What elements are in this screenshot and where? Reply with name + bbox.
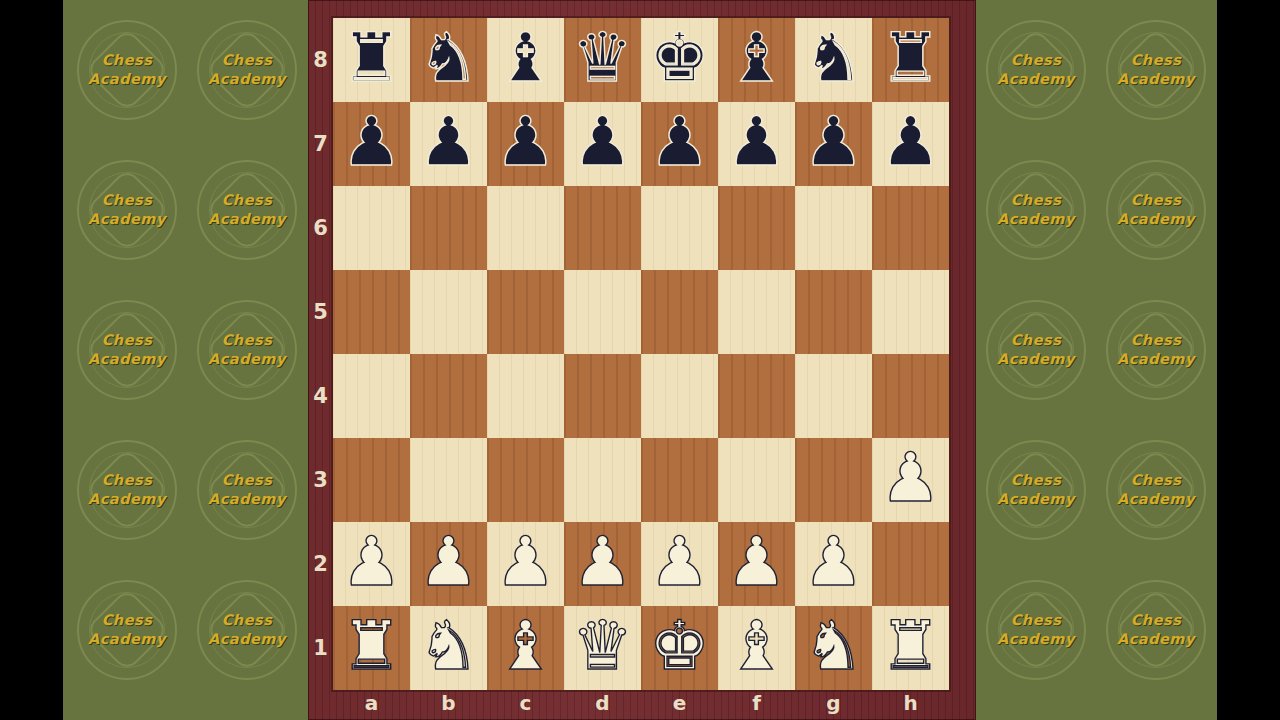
square-e5[interactable] xyxy=(641,270,718,354)
square-e2[interactable]: ♟ xyxy=(641,522,718,606)
white-pawn[interactable]: ♟ xyxy=(341,520,402,604)
watermark-line2: Academy xyxy=(208,630,286,649)
square-e7[interactable]: ♟ xyxy=(641,102,718,186)
black-pawn[interactable]: ♟ xyxy=(726,100,787,184)
square-e1[interactable]: ♚ xyxy=(641,606,718,690)
white-bishop[interactable]: ♝ xyxy=(726,604,787,688)
file-labels: abcdefgh xyxy=(333,690,949,720)
square-b1[interactable]: ♞ xyxy=(410,606,487,690)
watermark-tile: ChessAcademy xyxy=(187,280,307,420)
letterbox-bar-right xyxy=(1217,0,1280,720)
watermark-text: ChessAcademy xyxy=(1117,191,1195,229)
square-g5[interactable] xyxy=(795,270,872,354)
watermark-panel-left: ChessAcademyChessAcademyChessAcademyChes… xyxy=(63,0,308,720)
square-c3[interactable] xyxy=(487,438,564,522)
rank-labels: 87654321 xyxy=(308,18,333,690)
watermark-text: ChessAcademy xyxy=(997,51,1075,89)
white-bishop[interactable]: ♝ xyxy=(495,604,556,688)
square-e8[interactable]: ♚ xyxy=(641,18,718,102)
white-king[interactable]: ♚ xyxy=(649,604,710,688)
watermark-text: ChessAcademy xyxy=(88,51,166,89)
watermark-line2: Academy xyxy=(88,70,166,89)
square-d7[interactable]: ♟ xyxy=(564,102,641,186)
square-f1[interactable]: ♝ xyxy=(718,606,795,690)
square-g6[interactable] xyxy=(795,186,872,270)
white-queen[interactable]: ♛ xyxy=(572,604,633,688)
square-d2[interactable]: ♟ xyxy=(564,522,641,606)
watermark-text: ChessAcademy xyxy=(208,611,286,649)
square-f7[interactable]: ♟ xyxy=(718,102,795,186)
watermark-text: ChessAcademy xyxy=(208,331,286,369)
watermark-tile: ChessAcademy xyxy=(187,700,307,720)
square-d4[interactable] xyxy=(564,354,641,438)
rank-label-5: 5 xyxy=(308,270,333,354)
square-e3[interactable] xyxy=(641,438,718,522)
watermark-tile: ChessAcademy xyxy=(976,140,1096,280)
white-pawn[interactable]: ♟ xyxy=(495,520,556,604)
square-a2[interactable]: ♟ xyxy=(333,522,410,606)
square-d6[interactable] xyxy=(564,186,641,270)
video-frame: ChessAcademyChessAcademyChessAcademyChes… xyxy=(0,0,1280,720)
watermark-tile: ChessAcademy xyxy=(67,560,187,700)
watermark-tile: ChessAcademy xyxy=(187,420,307,560)
watermark-text: ChessAcademy xyxy=(1117,51,1195,89)
square-g2[interactable]: ♟ xyxy=(795,522,872,606)
watermark-tile: ChessAcademy xyxy=(187,0,307,140)
watermark-line1: Chess xyxy=(997,51,1075,70)
square-f8[interactable]: ♝ xyxy=(718,18,795,102)
white-rook[interactable]: ♜ xyxy=(341,604,402,688)
square-c1[interactable]: ♝ xyxy=(487,606,564,690)
square-a6[interactable] xyxy=(333,186,410,270)
watermark-text: ChessAcademy xyxy=(88,191,166,229)
square-f5[interactable] xyxy=(718,270,795,354)
watermark-tile: ChessAcademy xyxy=(1096,0,1216,140)
white-rook[interactable]: ♜ xyxy=(880,604,941,688)
watermark-line1: Chess xyxy=(208,611,286,630)
watermark-line1: Chess xyxy=(1117,191,1195,210)
square-f2[interactable]: ♟ xyxy=(718,522,795,606)
square-h5[interactable] xyxy=(872,270,949,354)
black-pawn[interactable]: ♟ xyxy=(572,100,633,184)
file-label-b: b xyxy=(410,690,487,720)
rank-label-8: 8 xyxy=(308,18,333,102)
watermark-tile: ChessAcademy xyxy=(67,420,187,560)
watermark-text: ChessAcademy xyxy=(1117,471,1195,509)
watermark-line1: Chess xyxy=(88,611,166,630)
square-e4[interactable] xyxy=(641,354,718,438)
watermark-line2: Academy xyxy=(1117,70,1195,89)
rank-label-2: 2 xyxy=(308,522,333,606)
file-label-a: a xyxy=(333,690,410,720)
square-b7[interactable]: ♟ xyxy=(410,102,487,186)
watermark-line2: Academy xyxy=(88,350,166,369)
watermark-line2: Academy xyxy=(88,490,166,509)
white-knight[interactable]: ♞ xyxy=(418,604,479,688)
square-c5[interactable] xyxy=(487,270,564,354)
square-b5[interactable] xyxy=(410,270,487,354)
watermark-tile: ChessAcademy xyxy=(1096,560,1216,700)
watermark-line1: Chess xyxy=(997,331,1075,350)
watermark-text: ChessAcademy xyxy=(1117,611,1195,649)
square-b2[interactable]: ♟ xyxy=(410,522,487,606)
watermark-line2: Academy xyxy=(88,630,166,649)
watermark-line2: Academy xyxy=(88,210,166,229)
file-label-g: g xyxy=(795,690,872,720)
watermark-text: ChessAcademy xyxy=(997,611,1075,649)
square-d8[interactable]: ♛ xyxy=(564,18,641,102)
square-h1[interactable]: ♜ xyxy=(872,606,949,690)
watermark-tile: ChessAcademy xyxy=(976,420,1096,560)
watermark-tile: ChessAcademy xyxy=(67,0,187,140)
watermark-line1: Chess xyxy=(88,191,166,210)
watermark-tile: ChessAcademy xyxy=(67,700,187,720)
black-pawn[interactable]: ♟ xyxy=(649,100,710,184)
square-c4[interactable] xyxy=(487,354,564,438)
black-pawn[interactable]: ♟ xyxy=(418,100,479,184)
watermark-line2: Academy xyxy=(208,490,286,509)
file-label-e: e xyxy=(641,690,718,720)
rank-label-1: 1 xyxy=(308,606,333,690)
watermark-text: ChessAcademy xyxy=(208,191,286,229)
square-b8[interactable]: ♞ xyxy=(410,18,487,102)
watermark-line2: Academy xyxy=(997,210,1075,229)
watermark-tile: ChessAcademy xyxy=(976,0,1096,140)
watermark-text: ChessAcademy xyxy=(208,51,286,89)
watermark-line2: Academy xyxy=(997,70,1075,89)
square-b6[interactable] xyxy=(410,186,487,270)
rank-label-6: 6 xyxy=(308,186,333,270)
square-c6[interactable] xyxy=(487,186,564,270)
watermark-tile: ChessAcademy xyxy=(1096,420,1216,560)
square-a1[interactable]: ♜ xyxy=(333,606,410,690)
white-pawn[interactable]: ♟ xyxy=(726,520,787,604)
square-f4[interactable] xyxy=(718,354,795,438)
watermark-tile: ChessAcademy xyxy=(976,560,1096,700)
watermark-text: ChessAcademy xyxy=(88,331,166,369)
watermark-line1: Chess xyxy=(88,51,166,70)
square-h2[interactable] xyxy=(872,522,949,606)
black-knight[interactable]: ♞ xyxy=(803,16,864,100)
black-rook[interactable]: ♜ xyxy=(880,16,941,100)
square-g4[interactable] xyxy=(795,354,872,438)
watermark-line2: Academy xyxy=(997,630,1075,649)
square-h6[interactable] xyxy=(872,186,949,270)
watermark-line1: Chess xyxy=(208,471,286,490)
black-king[interactable]: ♚ xyxy=(649,16,710,100)
watermark-panel-right: ChessAcademyChessAcademyChessAcademyChes… xyxy=(976,0,1217,720)
square-d3[interactable] xyxy=(564,438,641,522)
watermark-line2: Academy xyxy=(1117,350,1195,369)
square-d1[interactable]: ♛ xyxy=(564,606,641,690)
square-c8[interactable]: ♝ xyxy=(487,18,564,102)
rank-label-4: 4 xyxy=(308,354,333,438)
chessboard-grid[interactable]: ♜♞♝♛♚♝♞♜♟♟♟♟♟♟♟♟♟♟♟♟♟♟♟♟♜♞♝♛♚♝♞♜ xyxy=(333,18,949,690)
watermark-line1: Chess xyxy=(1117,471,1195,490)
square-g1[interactable]: ♞ xyxy=(795,606,872,690)
square-f6[interactable] xyxy=(718,186,795,270)
watermark-text: ChessAcademy xyxy=(88,471,166,509)
black-bishop[interactable]: ♝ xyxy=(726,16,787,100)
watermark-line1: Chess xyxy=(997,471,1075,490)
black-pawn[interactable]: ♟ xyxy=(803,100,864,184)
square-g7[interactable]: ♟ xyxy=(795,102,872,186)
watermark-tile: ChessAcademy xyxy=(187,560,307,700)
watermark-line1: Chess xyxy=(1117,51,1195,70)
black-pawn[interactable]: ♟ xyxy=(880,100,941,184)
chessboard: 87654321 ♜♞♝♛♚♝♞♜♟♟♟♟♟♟♟♟♟♟♟♟♟♟♟♟♜♞♝♛♚♝♞… xyxy=(308,0,976,720)
square-b3[interactable] xyxy=(410,438,487,522)
white-pawn[interactable]: ♟ xyxy=(880,436,941,520)
black-bishop[interactable]: ♝ xyxy=(495,16,556,100)
square-f3[interactable] xyxy=(718,438,795,522)
white-knight[interactable]: ♞ xyxy=(803,604,864,688)
watermark-line2: Academy xyxy=(208,70,286,89)
black-pawn[interactable]: ♟ xyxy=(495,100,556,184)
rank-label-3: 3 xyxy=(308,438,333,522)
white-pawn[interactable]: ♟ xyxy=(418,520,479,604)
watermark-line1: Chess xyxy=(1117,611,1195,630)
watermark-text: ChessAcademy xyxy=(1117,331,1195,369)
watermark-tile: ChessAcademy xyxy=(976,700,1096,720)
watermark-tile: ChessAcademy xyxy=(67,140,187,280)
square-h3[interactable]: ♟ xyxy=(872,438,949,522)
watermark-tile: ChessAcademy xyxy=(67,280,187,420)
watermark-line2: Academy xyxy=(1117,490,1195,509)
watermark-line1: Chess xyxy=(997,611,1075,630)
black-knight[interactable]: ♞ xyxy=(418,16,479,100)
black-pawn[interactable]: ♟ xyxy=(341,100,402,184)
watermark-line2: Academy xyxy=(208,350,286,369)
watermark-tile: ChessAcademy xyxy=(1096,280,1216,420)
square-h8[interactable]: ♜ xyxy=(872,18,949,102)
watermark-text: ChessAcademy xyxy=(88,611,166,649)
watermark-tile: ChessAcademy xyxy=(187,140,307,280)
square-c2[interactable]: ♟ xyxy=(487,522,564,606)
watermark-line2: Academy xyxy=(997,350,1075,369)
watermark-tile: ChessAcademy xyxy=(1096,140,1216,280)
square-d5[interactable] xyxy=(564,270,641,354)
watermark-line2: Academy xyxy=(997,490,1075,509)
square-g3[interactable] xyxy=(795,438,872,522)
letterbox-bar-left xyxy=(0,0,63,720)
watermark-line1: Chess xyxy=(88,471,166,490)
square-e6[interactable] xyxy=(641,186,718,270)
black-queen[interactable]: ♛ xyxy=(572,16,633,100)
square-a4[interactable] xyxy=(333,354,410,438)
square-b4[interactable] xyxy=(410,354,487,438)
watermark-line1: Chess xyxy=(88,331,166,350)
watermark-text: ChessAcademy xyxy=(997,331,1075,369)
square-a8[interactable]: ♜ xyxy=(333,18,410,102)
watermark-line2: Academy xyxy=(208,210,286,229)
watermark-tile: ChessAcademy xyxy=(1096,700,1216,720)
square-g8[interactable]: ♞ xyxy=(795,18,872,102)
white-pawn[interactable]: ♟ xyxy=(803,520,864,604)
watermark-line1: Chess xyxy=(208,51,286,70)
watermark-line1: Chess xyxy=(208,191,286,210)
white-pawn[interactable]: ♟ xyxy=(572,520,633,604)
file-label-h: h xyxy=(872,690,949,720)
square-a7[interactable]: ♟ xyxy=(333,102,410,186)
watermark-text: ChessAcademy xyxy=(208,471,286,509)
square-h4[interactable] xyxy=(872,354,949,438)
rank-label-7: 7 xyxy=(308,102,333,186)
black-rook[interactable]: ♜ xyxy=(341,16,402,100)
watermark-line2: Academy xyxy=(1117,210,1195,229)
watermark-tile: ChessAcademy xyxy=(976,280,1096,420)
file-label-d: d xyxy=(564,690,641,720)
file-label-f: f xyxy=(718,690,795,720)
stage-background: ChessAcademyChessAcademyChessAcademyChes… xyxy=(63,0,1217,720)
watermark-text: ChessAcademy xyxy=(997,191,1075,229)
square-a3[interactable] xyxy=(333,438,410,522)
file-label-c: c xyxy=(487,690,564,720)
watermark-line2: Academy xyxy=(1117,630,1195,649)
watermark-text: ChessAcademy xyxy=(997,471,1075,509)
watermark-line1: Chess xyxy=(208,331,286,350)
square-h7[interactable]: ♟ xyxy=(872,102,949,186)
square-c7[interactable]: ♟ xyxy=(487,102,564,186)
watermark-line1: Chess xyxy=(1117,331,1195,350)
watermark-line1: Chess xyxy=(997,191,1075,210)
square-a5[interactable] xyxy=(333,270,410,354)
white-pawn[interactable]: ♟ xyxy=(649,520,710,604)
